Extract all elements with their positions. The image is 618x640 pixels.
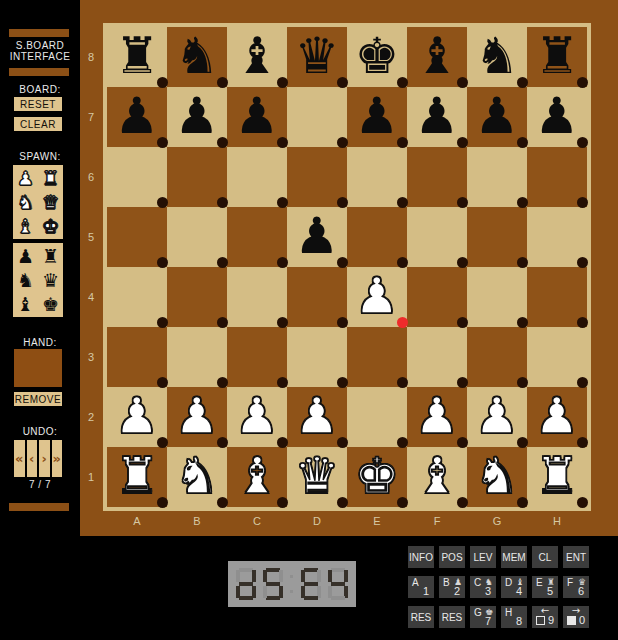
clear-button[interactable]: CLEAR [14,117,62,131]
key-bottom: 9 [532,614,558,626]
key-f6[interactable]: F♛6 [563,576,589,598]
square-led [577,137,588,148]
square-b4[interactable] [167,267,227,327]
piece-white-bishop[interactable]: ♝ [227,447,287,505]
black-queen-icon: ♛ [38,268,63,292]
square-f1[interactable]: ♝ [407,447,467,507]
square-led [577,437,588,448]
piece-white-pawn[interactable]: ♟ [347,267,407,325]
square-led [337,257,348,268]
square-b5[interactable] [167,207,227,267]
square-led [577,197,588,208]
key-digit: 8 [516,615,522,627]
key-info[interactable]: INFO [408,546,434,568]
square-g5[interactable] [467,207,527,267]
piece-black-pawn[interactable]: ♟ [227,87,287,145]
piece-black-pawn[interactable]: ♟ [467,87,527,145]
square-e3[interactable] [347,327,407,387]
square-led [217,257,228,268]
square-led [457,497,468,508]
square-led [457,197,468,208]
chess-computer-keypad: INFOPOSLEVMEMCLENTA1B♟2C♞3D♝4E♜5F♛6RESRE… [408,546,589,628]
lcd-digit-E [301,568,321,600]
key-white-side-0[interactable]: →0 [563,606,589,628]
piece-white-king[interactable]: ♚ [347,447,407,505]
key-letter: B [443,577,450,588]
piece-white-pawn[interactable]: ♟ [467,387,527,445]
key-letter: A [412,577,419,588]
divider-bar [9,503,69,511]
square-e2[interactable] [347,387,407,447]
file-label-c: C [227,513,287,529]
square-a1[interactable]: ♜ [107,447,167,507]
undo-section-label: UNDO: [0,426,80,437]
key-digit: 3 [485,585,491,597]
outline-square-icon [536,616,545,625]
spawn-black-knight[interactable]: ♞ [13,268,38,292]
square-b6[interactable] [167,147,227,207]
square-led [217,497,228,508]
piece-white-pawn[interactable]: ♟ [407,387,467,445]
piece-black-pawn[interactable]: ♟ [347,87,407,145]
square-a3[interactable] [107,327,167,387]
square-c2[interactable]: ♟ [227,387,287,447]
square-led [277,137,288,148]
piece-black-rook[interactable]: ♜ [527,27,587,85]
white-king-icon: ♚ [38,214,63,238]
square-led [517,77,528,88]
square-led [157,497,168,508]
square-h1[interactable]: ♜ [527,447,587,507]
square-a6[interactable] [107,147,167,207]
key-d4[interactable]: D♝4 [501,576,527,598]
spawn-white-knight[interactable]: ♞ [13,190,38,214]
square-led [157,437,168,448]
spawn-black-queen[interactable]: ♛ [38,268,63,292]
key-digit: 5 [547,585,553,597]
redo-button[interactable]: › [39,440,50,477]
redo-all-button[interactable]: » [52,440,63,477]
square-b2[interactable]: ♟ [167,387,227,447]
white-queen-icon: ♛ [38,190,63,214]
piece-white-pawn[interactable]: ♟ [287,387,347,445]
lcd-colon [290,568,294,600]
spawn-black-king[interactable]: ♚ [38,292,63,316]
board-section-label: BOARD: [0,84,80,95]
square-led [277,437,288,448]
key-digit: 6 [578,585,584,597]
white-knight-icon: ♞ [13,190,38,214]
square-h7[interactable]: ♟ [527,87,587,147]
square-e8[interactable]: ♚ [347,27,407,87]
square-led [277,377,288,388]
square-led [457,377,468,388]
piece-white-queen[interactable]: ♛ [287,447,347,505]
square-c7[interactable]: ♟ [227,87,287,147]
key-letter: F [567,577,573,588]
rank-label-4: 4 [80,267,102,327]
divider-bar [9,29,69,37]
square-led [517,197,528,208]
square-g7[interactable]: ♟ [467,87,527,147]
piece-black-pawn[interactable]: ♟ [167,87,227,145]
key-bottom: 0 [563,614,589,626]
white-pawn-icon: ♟ [13,166,38,190]
lcd-digit-d [236,568,256,600]
control-sidebar: S.BOARD INTERFACE BOARD: RESET CLEAR SPA… [0,0,80,640]
piece-white-knight[interactable]: ♞ [167,447,227,505]
square-e7[interactable]: ♟ [347,87,407,147]
square-a7[interactable]: ♟ [107,87,167,147]
square-a8[interactable]: ♜ [107,27,167,87]
square-led [577,317,588,328]
square-g6[interactable] [467,147,527,207]
spawn-black-pawn[interactable]: ♟ [13,244,38,268]
rank-label-5: 5 [80,207,102,267]
file-label-h: H [527,513,587,529]
spawn-black-rook[interactable]: ♜ [38,244,63,268]
square-led [397,137,408,148]
square-d4[interactable] [287,267,347,327]
square-g4[interactable] [467,267,527,327]
square-c1[interactable]: ♝ [227,447,287,507]
piece-white-pawn[interactable]: ♟ [107,387,167,445]
square-led [337,377,348,388]
piece-black-knight[interactable]: ♞ [167,27,227,85]
square-led [157,257,168,268]
piece-white-bishop[interactable]: ♝ [407,447,467,505]
square-led [517,317,528,328]
last-move-led [397,317,408,328]
key-res[interactable]: RES [408,606,434,628]
key-digit: 0 [579,614,585,626]
divider-bar [9,68,69,76]
square-d5[interactable]: ♟ [287,207,347,267]
undo-controls: «‹›» [14,440,62,477]
square-led [457,77,468,88]
piece-white-rook[interactable]: ♜ [527,447,587,505]
undo-counter: 7 / 7 [0,479,80,490]
key-a1[interactable]: A1 [408,576,434,598]
square-g8[interactable]: ♞ [467,27,527,87]
key-h8[interactable]: H8 [501,606,527,628]
square-led [397,257,408,268]
square-b3[interactable] [167,327,227,387]
square-f6[interactable] [407,147,467,207]
square-c3[interactable] [227,327,287,387]
square-d2[interactable]: ♟ [287,387,347,447]
white-rook-icon: ♜ [38,166,63,190]
chess-board: ♜♞♝♛♚♝♞♜♟♟♟♟♟♟♟♟♟♟♟♟♟♟♟♟♜♞♝♛♚♝♞♜ [103,23,591,511]
square-f7[interactable]: ♟ [407,87,467,147]
square-led [217,377,228,388]
square-led [517,137,528,148]
key-lev[interactable]: LEV [470,546,496,568]
square-d7[interactable] [287,87,347,147]
remove-button[interactable]: REMOVE [14,392,62,406]
key-digit: 2 [454,585,460,597]
square-led [277,197,288,208]
square-c4[interactable] [227,267,287,327]
rank-label-7: 7 [80,87,102,147]
undo-all-button[interactable]: « [14,440,25,477]
square-led [217,197,228,208]
square-led [277,77,288,88]
square-led [337,497,348,508]
piece-black-pawn[interactable]: ♟ [287,207,347,265]
piece-black-queen[interactable]: ♛ [287,27,347,85]
square-a4[interactable] [107,267,167,327]
square-led [157,77,168,88]
key-letter: H [505,607,512,618]
square-g2[interactable]: ♟ [467,387,527,447]
square-led [577,257,588,268]
black-knight-icon: ♞ [13,268,38,292]
black-king-icon: ♚ [38,292,63,316]
rank-label-8: 8 [80,27,102,87]
square-c6[interactable] [227,147,287,207]
square-led [217,77,228,88]
square-led [457,137,468,148]
square-led [217,317,228,328]
square-h8[interactable]: ♜ [527,27,587,87]
piece-black-pawn[interactable]: ♟ [527,87,587,145]
key-e5[interactable]: E♜5 [532,576,558,598]
square-led [577,377,588,388]
undo-button[interactable]: ‹ [27,440,38,477]
piece-white-knight[interactable]: ♞ [467,447,527,505]
square-f5[interactable] [407,207,467,267]
square-led [397,497,408,508]
piece-white-rook[interactable]: ♜ [107,447,167,505]
square-e1[interactable]: ♚ [347,447,407,507]
rank-label-2: 2 [80,387,102,447]
piece-black-pawn[interactable]: ♟ [107,87,167,145]
square-led [397,77,408,88]
piece-white-pawn[interactable]: ♟ [527,387,587,445]
file-label-d: D [287,513,347,529]
square-led [277,257,288,268]
key-g7[interactable]: G♚7 [470,606,496,628]
rank-label-3: 3 [80,327,102,387]
keypad-row-squares-2: RESRESG♚7H8←9→0 [408,606,589,628]
move-display [228,561,356,607]
square-led [517,437,528,448]
square-led [517,257,528,268]
piece-black-knight[interactable]: ♞ [467,27,527,85]
square-e5[interactable] [347,207,407,267]
square-d8[interactable]: ♛ [287,27,347,87]
white-bishop-icon: ♝ [13,214,38,238]
square-led [157,317,168,328]
piece-white-pawn[interactable]: ♟ [167,387,227,445]
square-e4[interactable]: ♟ [347,267,407,327]
square-h6[interactable] [527,147,587,207]
square-led [397,437,408,448]
square-led [457,257,468,268]
square-c5[interactable] [227,207,287,267]
hand-section-label: HAND: [0,337,80,348]
square-f2[interactable]: ♟ [407,387,467,447]
square-d1[interactable]: ♛ [287,447,347,507]
lcd-digit-4 [328,568,348,600]
square-led [397,377,408,388]
key-ent[interactable]: ENT [563,546,589,568]
black-pawn-icon: ♟ [13,244,38,268]
square-h5[interactable] [527,207,587,267]
square-d3[interactable] [287,327,347,387]
black-rook-icon: ♜ [38,244,63,268]
square-b7[interactable]: ♟ [167,87,227,147]
file-label-b: B [167,513,227,529]
square-led [157,137,168,148]
square-led [337,437,348,448]
spawn-white-queen[interactable]: ♛ [38,190,63,214]
square-f4[interactable] [407,267,467,327]
key-digit: 4 [516,585,522,597]
square-led [397,197,408,208]
square-led [337,317,348,328]
piece-black-pawn[interactable]: ♟ [407,87,467,145]
key-letter: C [474,577,481,588]
square-led [217,137,228,148]
chess-board-frame: ♜♞♝♛♚♝♞♜♟♟♟♟♟♟♟♟♟♟♟♟♟♟♟♟♜♞♝♛♚♝♞♜ 8765432… [80,0,618,536]
square-led [517,497,528,508]
rank-label-6: 6 [80,147,102,207]
rank-label-1: 1 [80,447,102,507]
key-digit: 7 [485,615,491,627]
key-letter: E [536,577,543,588]
square-e6[interactable] [347,147,407,207]
piece-black-bishop[interactable]: ♝ [407,27,467,85]
spawn-white-panel: ♟♜♞♛♝♚ [13,165,63,239]
key-res[interactable]: RES [439,606,465,628]
square-b8[interactable]: ♞ [167,27,227,87]
square-g3[interactable] [467,327,527,387]
key-mem[interactable]: MEM [501,546,527,568]
square-led [337,137,348,148]
app-title-line2: INTERFACE [0,51,80,62]
key-b2[interactable]: B♟2 [439,576,465,598]
square-f8[interactable]: ♝ [407,27,467,87]
file-label-a: A [107,513,167,529]
square-led [337,77,348,88]
square-h2[interactable]: ♟ [527,387,587,447]
square-led [277,497,288,508]
square-led [277,317,288,328]
square-a5[interactable] [107,207,167,267]
filled-square-icon [567,616,576,625]
square-led [157,377,168,388]
square-h4[interactable] [527,267,587,327]
square-led [577,77,588,88]
spawn-white-king[interactable]: ♚ [38,214,63,238]
black-bishop-icon: ♝ [13,292,38,316]
key-digit: 9 [548,614,554,626]
spawn-white-bishop[interactable]: ♝ [13,214,38,238]
spawn-white-rook[interactable]: ♜ [38,166,63,190]
square-led [337,197,348,208]
file-label-f: F [407,513,467,529]
file-label-g: G [467,513,527,529]
spawn-section-label: SPAWN: [0,151,80,162]
lcd-digit-5 [263,568,283,600]
key-black-side-9[interactable]: ←9 [532,606,558,628]
square-d6[interactable] [287,147,347,207]
square-f3[interactable] [407,327,467,387]
piece-black-king[interactable]: ♚ [347,27,407,85]
square-led [457,437,468,448]
key-c3[interactable]: C♞3 [470,576,496,598]
file-label-e: E [347,513,407,529]
piece-white-pawn[interactable]: ♟ [227,387,287,445]
square-c8[interactable]: ♝ [227,27,287,87]
spawn-black-panel: ♟♜♞♛♝♚ [13,243,63,317]
piece-black-rook[interactable]: ♜ [107,27,167,85]
piece-black-bishop[interactable]: ♝ [227,27,287,85]
square-h3[interactable] [527,327,587,387]
square-led [157,197,168,208]
key-letter: G [474,607,482,618]
key-pos[interactable]: POS [439,546,465,568]
square-led [577,497,588,508]
square-led [517,377,528,388]
spawn-black-bishop[interactable]: ♝ [13,292,38,316]
reset-button[interactable]: RESET [14,97,62,111]
key-letter: D [505,577,512,588]
square-g1[interactable]: ♞ [467,447,527,507]
square-led [217,437,228,448]
key-digit: 1 [423,585,429,597]
square-led [457,317,468,328]
keypad-row-functions: INFOPOSLEVMEMCLENT [408,546,589,568]
key-cl[interactable]: CL [532,546,558,568]
square-b1[interactable]: ♞ [167,447,227,507]
spawn-white-pawn[interactable]: ♟ [13,166,38,190]
keypad-row-squares-1: A1B♟2C♞3D♝4E♜5F♛6 [408,576,589,598]
app-title-line1: S.BOARD [0,40,80,51]
square-a2[interactable]: ♟ [107,387,167,447]
hand-slot[interactable] [14,349,62,387]
